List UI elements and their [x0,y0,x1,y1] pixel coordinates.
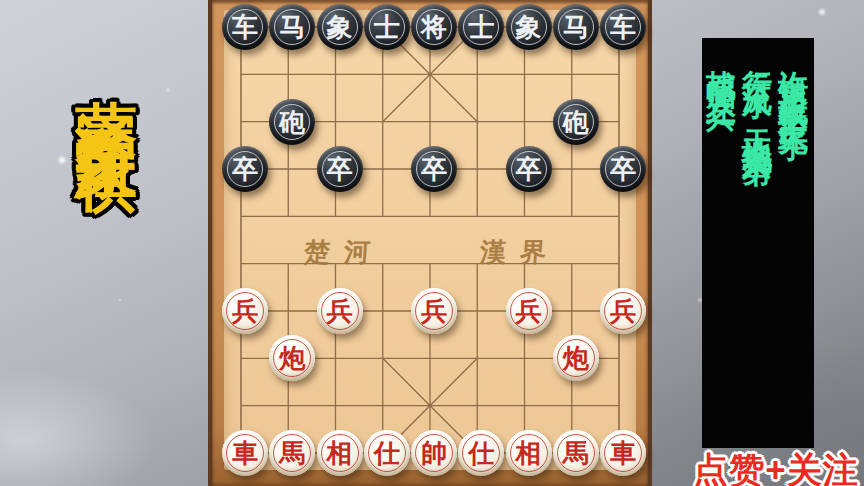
piece-black-卒[interactable]: 卒 [317,146,363,192]
piece-red-車[interactable]: 車 [600,430,646,476]
channel-title: 蒙泽学象棋 [71,50,141,450]
piece-glyph: 马 [279,4,305,50]
piece-black-象[interactable]: 象 [317,4,363,50]
commentary-column-1: 许银川运子取势扩大先手 [775,46,811,440]
piece-glyph: 卒 [327,146,353,192]
piece-glyph: 象 [327,4,353,50]
commentary-column-3: 战而屈人之兵。 [703,46,739,440]
piece-red-仕[interactable]: 仕 [364,430,410,476]
xiangqi-board[interactable]: 楚河 漢界 车马象士将士象马车砲砲卒卒卒卒卒兵兵兵兵兵炮炮車馬相仕帥仕相馬車 [208,0,652,486]
piece-glyph: 車 [610,430,636,476]
piece-glyph: 卒 [232,146,258,192]
piece-red-馬[interactable]: 馬 [269,430,315,476]
piece-black-车[interactable]: 车 [222,4,268,50]
piece-black-卒[interactable]: 卒 [411,146,457,192]
video-frame: 蒙泽学象棋 楚河 漢界 车马象士将士象马车砲砲卒卒卒卒卒兵兵兵兵兵炮炮車馬相仕帥… [0,0,864,486]
piece-glyph: 士 [468,4,494,50]
piece-glyph: 卒 [610,146,636,192]
piece-red-兵[interactable]: 兵 [600,288,646,334]
piece-red-炮[interactable]: 炮 [553,335,599,381]
piece-glyph: 马 [563,4,589,50]
piece-glyph: 仕 [374,430,400,476]
piece-black-车[interactable]: 车 [600,4,646,50]
piece-black-士[interactable]: 士 [364,4,410,50]
piece-glyph: 兵 [421,288,447,334]
piece-glyph: 帥 [421,430,447,476]
piece-glyph: 相 [516,430,542,476]
piece-glyph: 兵 [516,288,542,334]
piece-glyph: 士 [374,4,400,50]
piece-black-士[interactable]: 士 [458,4,504,50]
piece-red-相[interactable]: 相 [317,430,363,476]
commentary-column-2: 行云流水，天地炮杀势不 [739,46,775,440]
piece-glyph: 車 [232,430,258,476]
piece-glyph: 馬 [279,430,305,476]
piece-red-兵[interactable]: 兵 [411,288,457,334]
piece-glyph: 兵 [232,288,258,334]
piece-red-兵[interactable]: 兵 [506,288,552,334]
piece-glyph: 象 [516,4,542,50]
piece-glyph: 馬 [563,430,589,476]
piece-red-相[interactable]: 相 [506,430,552,476]
piece-black-马[interactable]: 马 [553,4,599,50]
piece-red-兵[interactable]: 兵 [317,288,363,334]
piece-black-砲[interactable]: 砲 [553,99,599,145]
piece-glyph: 兵 [327,288,353,334]
piece-glyph: 砲 [279,99,305,145]
piece-glyph: 车 [232,4,258,50]
commentary-panel: 许银川运子取势扩大先手 行云流水，天地炮杀势不 战而屈人之兵。 [702,38,814,448]
piece-black-卒[interactable]: 卒 [222,146,268,192]
piece-black-象[interactable]: 象 [506,4,552,50]
piece-glyph: 砲 [563,99,589,145]
piece-red-馬[interactable]: 馬 [553,430,599,476]
piece-glyph: 车 [610,4,636,50]
board-field: 楚河 漢界 [224,10,636,470]
piece-glyph: 炮 [563,335,589,381]
like-follow-badge: 点赞+关注 [688,447,864,486]
piece-black-砲[interactable]: 砲 [269,99,315,145]
piece-glyph: 炮 [279,335,305,381]
piece-glyph: 仕 [468,430,494,476]
piece-glyph: 卒 [516,146,542,192]
piece-black-卒[interactable]: 卒 [600,146,646,192]
piece-red-兵[interactable]: 兵 [222,288,268,334]
piece-glyph: 卒 [421,146,447,192]
piece-glyph: 将 [421,4,447,50]
piece-red-帥[interactable]: 帥 [411,430,457,476]
piece-black-马[interactable]: 马 [269,4,315,50]
river-label-han-jie: 漢界 [459,235,581,270]
piece-glyph: 兵 [610,288,636,334]
river-label-chu-he: 楚河 [283,235,405,270]
piece-black-卒[interactable]: 卒 [506,146,552,192]
piece-black-将[interactable]: 将 [411,4,457,50]
piece-red-仕[interactable]: 仕 [458,430,504,476]
piece-red-車[interactable]: 車 [222,430,268,476]
piece-glyph: 相 [327,430,353,476]
